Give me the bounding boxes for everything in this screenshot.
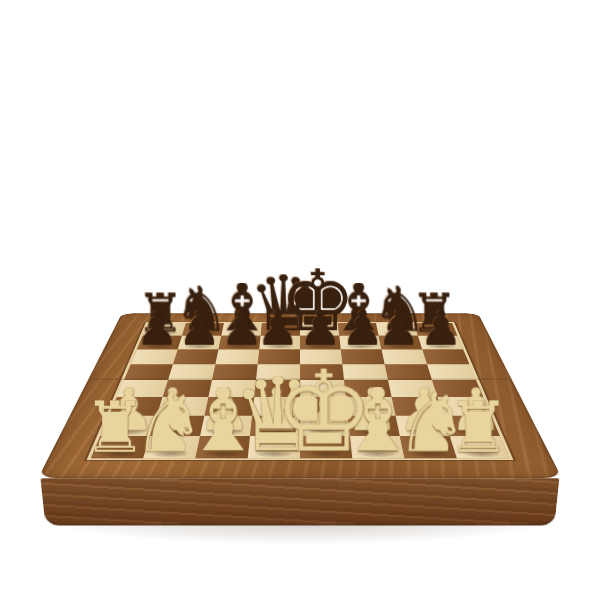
square-h7[interactable]: ♟ <box>418 336 463 350</box>
piece-white-rook-h1[interactable]: ♜ <box>447 400 511 455</box>
chess-board: ♜♞♝♛♚♝♞♜♟♟♟♟♟♟♟♟♟♟♟♟♟♟♟♟♜♞♝♛♚♝♞♜ <box>91 323 509 458</box>
piece-black-pawn-h7[interactable]: ♟ <box>420 310 463 347</box>
piece-white-rook-a1[interactable]: ♜ <box>83 400 147 455</box>
square-a7[interactable]: ♟ <box>137 336 182 350</box>
square-g7[interactable]: ♟ <box>379 336 423 350</box>
piece-black-pawn-d7[interactable]: ♟ <box>256 310 299 347</box>
box-front-face <box>40 478 559 526</box>
square-g6[interactable] <box>382 349 427 364</box>
piece-black-pawn-a7[interactable]: ♟ <box>136 310 179 347</box>
chess-box: ♜♞♝♛♚♝♞♜♟♟♟♟♟♟♟♟♟♟♟♟♟♟♟♟♜♞♝♛♚♝♞♜ <box>38 313 562 478</box>
square-a6[interactable] <box>131 349 178 364</box>
square-h1[interactable]: ♜ <box>450 436 509 458</box>
square-e1[interactable]: ♚ <box>300 436 352 458</box>
square-c7[interactable]: ♟ <box>218 336 260 350</box>
square-b6[interactable] <box>173 349 218 364</box>
piece-white-king-e1[interactable]: ♚ <box>273 368 374 455</box>
square-b7[interactable]: ♟ <box>178 336 222 350</box>
piece-black-pawn-b7[interactable]: ♟ <box>178 310 221 347</box>
product-photo-stage: ♜♞♝♛♚♝♞♜♟♟♟♟♟♟♟♟♟♟♟♟♟♟♟♟♜♞♝♛♚♝♞♜ <box>0 0 600 600</box>
piece-black-pawn-g7[interactable]: ♟ <box>377 310 420 347</box>
piece-black-pawn-e7[interactable]: ♟ <box>299 310 342 347</box>
square-h6[interactable] <box>422 349 469 364</box>
square-a1[interactable]: ♜ <box>91 436 150 458</box>
